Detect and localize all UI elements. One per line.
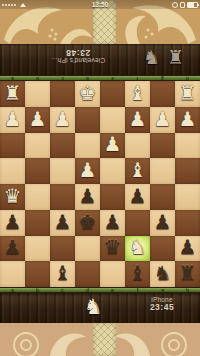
black-king: ♚ bbox=[79, 212, 97, 232]
opponent-bar: Cleveland's iPh… 23:48 ♞♜ bbox=[0, 44, 200, 75]
player-clock: 23:45 bbox=[150, 303, 174, 313]
square-e5[interactable] bbox=[100, 184, 125, 210]
square-b2[interactable]: ♟ bbox=[25, 107, 50, 133]
square-g2[interactable]: ♟ bbox=[150, 107, 175, 133]
square-d3[interactable] bbox=[75, 133, 100, 159]
square-a8[interactable] bbox=[0, 261, 25, 287]
status-bar: 13:50 bbox=[0, 0, 200, 9]
white-rook: ♜ bbox=[179, 83, 197, 103]
square-f2[interactable]: ♟ bbox=[125, 107, 150, 133]
white-rook: ♜ bbox=[4, 83, 22, 103]
square-h3[interactable] bbox=[175, 133, 200, 159]
square-f3[interactable] bbox=[125, 133, 150, 159]
black-pawn: ♟ bbox=[154, 212, 172, 232]
opponent-info: Cleveland's iPh… 23:48 bbox=[28, 47, 128, 64]
square-a1[interactable]: ♜ bbox=[0, 81, 25, 107]
black-pawn: ♟ bbox=[4, 212, 22, 232]
square-a3[interactable] bbox=[0, 133, 25, 159]
white-pawn: ♟ bbox=[129, 109, 147, 129]
square-c2[interactable]: ♟ bbox=[50, 107, 75, 133]
square-h6[interactable] bbox=[175, 210, 200, 236]
square-a7[interactable]: ♟ bbox=[0, 236, 25, 262]
chess-app-screen: 13:50 Cleveland's iPh… 23:48 ♞♜ abcdefgh… bbox=[0, 0, 200, 356]
square-a2[interactable]: ♟ bbox=[0, 107, 25, 133]
square-f6[interactable] bbox=[125, 210, 150, 236]
square-b1[interactable] bbox=[25, 81, 50, 107]
square-c3[interactable] bbox=[50, 133, 75, 159]
square-h5[interactable] bbox=[175, 184, 200, 210]
white-pawn: ♟ bbox=[154, 109, 172, 129]
player-bar: ♞ iPhone 23:45 bbox=[0, 293, 200, 323]
alarm-icon bbox=[172, 2, 178, 8]
battery-icon bbox=[187, 2, 198, 8]
white-pawn: ♟ bbox=[4, 109, 22, 129]
white-knight: ♞ bbox=[129, 237, 147, 257]
black-pawn: ♟ bbox=[104, 212, 122, 232]
white-pawn: ♟ bbox=[29, 109, 47, 129]
white-pawn: ♟ bbox=[54, 109, 72, 129]
square-a5[interactable]: ♛ bbox=[0, 184, 25, 210]
square-f1[interactable]: ♝ bbox=[125, 81, 150, 107]
square-c6[interactable]: ♟ bbox=[50, 210, 75, 236]
square-h1[interactable]: ♜ bbox=[175, 81, 200, 107]
square-g4[interactable] bbox=[150, 158, 175, 184]
square-g3[interactable] bbox=[150, 133, 175, 159]
square-g6[interactable]: ♟ bbox=[150, 210, 175, 236]
square-a4[interactable] bbox=[0, 158, 25, 184]
square-c7[interactable] bbox=[50, 236, 75, 262]
black-pawn: ♟ bbox=[79, 186, 97, 206]
white-bishop: ♝ bbox=[129, 83, 147, 103]
square-g1[interactable] bbox=[150, 81, 175, 107]
player-info: iPhone 23:45 bbox=[132, 296, 192, 313]
square-f7[interactable]: ♞ bbox=[125, 236, 150, 262]
square-f8[interactable]: ♝ bbox=[125, 261, 150, 287]
black-bishop: ♝ bbox=[54, 263, 72, 283]
square-e2[interactable] bbox=[100, 107, 125, 133]
square-g5[interactable] bbox=[150, 184, 175, 210]
status-time: 13:50 bbox=[0, 1, 200, 8]
black-queen: ♛ bbox=[104, 237, 122, 257]
square-g7[interactable] bbox=[150, 236, 175, 262]
wallpaper-stripe bbox=[93, 323, 116, 356]
square-d1[interactable]: ♚ bbox=[75, 81, 100, 107]
captured-black-knight: ♞ bbox=[143, 46, 160, 68]
square-b5[interactable] bbox=[25, 184, 50, 210]
square-f5[interactable]: ♟ bbox=[125, 184, 150, 210]
square-h4[interactable] bbox=[175, 158, 200, 184]
square-d8[interactable] bbox=[75, 261, 100, 287]
chess-board: ♜♚♝♜♟♟♟♟♟♟♟♟♝♛♟♟♟♟♚♟♟♟♛♞♟♝♝♞♜ bbox=[0, 81, 200, 287]
white-king: ♚ bbox=[79, 83, 97, 103]
black-knight: ♞ bbox=[154, 263, 172, 283]
square-b8[interactable] bbox=[25, 261, 50, 287]
square-c5[interactable] bbox=[50, 184, 75, 210]
white-pawn: ♟ bbox=[179, 109, 197, 129]
player-captured-tray: ♞ bbox=[84, 295, 103, 319]
square-d6[interactable]: ♚ bbox=[75, 210, 100, 236]
square-d2[interactable] bbox=[75, 107, 100, 133]
square-e8[interactable] bbox=[100, 261, 125, 287]
opponent-name: Cleveland's iPh… bbox=[51, 57, 105, 64]
square-b3[interactable] bbox=[25, 133, 50, 159]
captured-white-knight: ♞ bbox=[84, 295, 103, 319]
black-bishop: ♝ bbox=[129, 263, 147, 283]
square-c4[interactable] bbox=[50, 158, 75, 184]
square-b4[interactable] bbox=[25, 158, 50, 184]
square-g8[interactable]: ♞ bbox=[150, 261, 175, 287]
black-pawn: ♟ bbox=[129, 186, 147, 206]
captured-black-rook: ♜ bbox=[167, 46, 184, 68]
square-h2[interactable]: ♟ bbox=[175, 107, 200, 133]
white-pawn: ♟ bbox=[79, 160, 97, 180]
square-c8[interactable]: ♝ bbox=[50, 261, 75, 287]
white-pawn: ♟ bbox=[104, 134, 122, 154]
square-a6[interactable]: ♟ bbox=[0, 210, 25, 236]
square-h8[interactable]: ♜ bbox=[175, 261, 200, 287]
square-e1[interactable] bbox=[100, 81, 125, 107]
black-pawn: ♟ bbox=[54, 212, 72, 232]
square-e3[interactable]: ♟ bbox=[100, 133, 125, 159]
black-rook: ♜ bbox=[179, 263, 197, 283]
black-pawn: ♟ bbox=[179, 237, 197, 257]
white-bishop: ♝ bbox=[129, 160, 147, 180]
square-b6[interactable] bbox=[25, 210, 50, 236]
square-e7[interactable]: ♛ bbox=[100, 236, 125, 262]
square-d4[interactable]: ♟ bbox=[75, 158, 100, 184]
wallpaper-bottom bbox=[0, 323, 200, 356]
square-d5[interactable]: ♟ bbox=[75, 184, 100, 210]
square-e4[interactable] bbox=[100, 158, 125, 184]
square-d7[interactable] bbox=[75, 236, 100, 262]
square-c1[interactable] bbox=[50, 81, 75, 107]
square-e6[interactable]: ♟ bbox=[100, 210, 125, 236]
black-pawn: ♟ bbox=[4, 237, 22, 257]
opponent-captured-tray: ♞♜ bbox=[143, 46, 184, 68]
square-h7[interactable]: ♟ bbox=[175, 236, 200, 262]
lock-icon bbox=[180, 2, 185, 8]
square-f4[interactable]: ♝ bbox=[125, 158, 150, 184]
white-queen: ♛ bbox=[4, 186, 22, 206]
square-b7[interactable] bbox=[25, 236, 50, 262]
opponent-clock: 23:48 bbox=[66, 47, 90, 57]
